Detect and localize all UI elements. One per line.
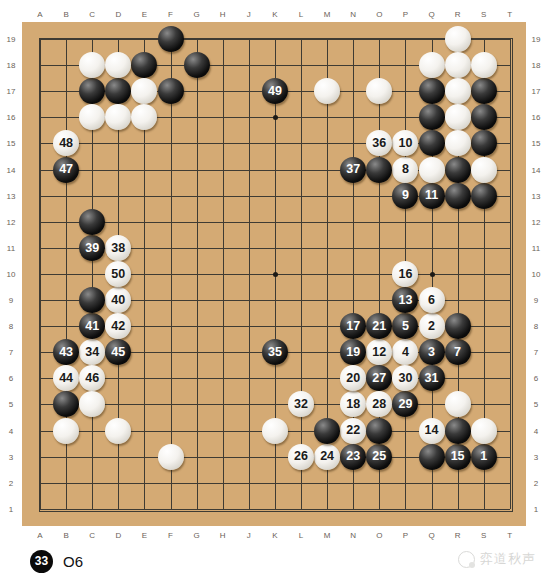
stone-Q17 — [419, 78, 445, 104]
coordinate-label: N — [343, 531, 363, 540]
grid-line — [40, 509, 510, 510]
coordinate-label: 14 — [527, 166, 545, 175]
caption-location-text: O6 — [63, 553, 83, 570]
stone-R18 — [445, 52, 471, 78]
coordinate-label: 5 — [527, 400, 545, 409]
coordinate-label: 17 — [527, 87, 545, 96]
stone-S13 — [471, 183, 497, 209]
stone-R16 — [445, 104, 471, 130]
board-grid: 1234567891011121314151617181920212223242… — [40, 39, 510, 509]
coordinate-label: 2 — [527, 479, 545, 488]
stone-K7: 35 — [262, 339, 288, 365]
coordinate-label: 13 — [527, 192, 545, 201]
stone-S3: 1 — [471, 444, 497, 470]
coordinate-label: 9 — [2, 296, 20, 305]
coordinate-label: O — [369, 10, 389, 19]
move-number: 35 — [268, 346, 282, 359]
coordinate-label: C — [82, 10, 102, 19]
coordinate-label: D — [108, 10, 128, 19]
go-diagram-page: 1234567891011121314151617181920212223242… — [0, 0, 550, 588]
watermark: 弈道秋声 — [458, 550, 536, 568]
coordinate-label: S — [474, 10, 494, 19]
coordinate-label: 4 — [2, 427, 20, 436]
coordinate-label: 11 — [527, 244, 545, 253]
stone-F3 — [158, 444, 184, 470]
stone-K4 — [262, 418, 288, 444]
coordinate-label: M — [317, 531, 337, 540]
coordinate-label: F — [161, 531, 181, 540]
move-number: 41 — [85, 320, 99, 333]
move-number: 18 — [346, 398, 360, 411]
move-number: 44 — [59, 372, 73, 385]
move-number: 23 — [346, 450, 360, 463]
stone-D4 — [105, 418, 131, 444]
stone-Q16 — [419, 104, 445, 130]
coordinate-label: E — [134, 531, 154, 540]
coordinate-label: 18 — [527, 61, 545, 70]
coordinate-label: E — [134, 10, 154, 19]
coordinate-label: T — [500, 531, 520, 540]
coordinate-label: B — [56, 531, 76, 540]
coordinate-label: Q — [422, 531, 442, 540]
move-number: 50 — [111, 268, 125, 281]
stone-B4 — [53, 418, 79, 444]
stone-K17: 49 — [262, 78, 288, 104]
stone-Q6: 31 — [419, 365, 445, 391]
coordinate-label: 16 — [527, 113, 545, 122]
move-number: 30 — [398, 372, 412, 385]
move-number: 31 — [425, 372, 439, 385]
move-number: 4 — [402, 346, 409, 359]
coordinate-label: 1 — [2, 505, 20, 514]
coordinate-label: 18 — [2, 61, 20, 70]
coordinate-label: P — [395, 531, 415, 540]
coordinate-label: G — [187, 10, 207, 19]
stone-G18 — [184, 52, 210, 78]
move-number: 27 — [372, 372, 386, 385]
move-number: 49 — [268, 85, 282, 98]
watermark-logo-icon — [458, 551, 475, 568]
grid-line — [510, 39, 511, 509]
stone-S17 — [471, 78, 497, 104]
stone-Q13: 11 — [419, 183, 445, 209]
coordinate-label: J — [239, 531, 259, 540]
coordinate-label: 6 — [2, 374, 20, 383]
coordinate-label: 17 — [2, 87, 20, 96]
coordinate-label: 6 — [527, 374, 545, 383]
coordinate-label: R — [448, 10, 468, 19]
move-number: 46 — [85, 372, 99, 385]
coordinate-label: 5 — [2, 400, 20, 409]
coordinate-label: J — [239, 10, 259, 19]
coordinate-label: P — [395, 10, 415, 19]
move-number: 7 — [454, 346, 461, 359]
stone-S14 — [471, 157, 497, 183]
move-number: 32 — [294, 398, 308, 411]
watermark-text: 弈道秋声 — [480, 550, 536, 568]
coordinate-label: M — [317, 10, 337, 19]
stone-S16 — [471, 104, 497, 130]
stone-F17 — [158, 78, 184, 104]
stone-R14 — [445, 157, 471, 183]
coordinate-label: 7 — [527, 348, 545, 357]
move-number: 14 — [425, 424, 439, 437]
move-number: 9 — [402, 189, 409, 202]
coordinate-label: K — [265, 531, 285, 540]
move-number: 12 — [372, 346, 386, 359]
stone-N3: 23 — [340, 444, 366, 470]
coordinate-label: R — [448, 531, 468, 540]
move-number: 17 — [346, 320, 360, 333]
stone-R3: 15 — [445, 444, 471, 470]
stone-R7: 7 — [445, 339, 471, 365]
move-number: 36 — [372, 137, 386, 150]
coordinate-label: 8 — [2, 322, 20, 331]
coordinate-label: L — [291, 531, 311, 540]
grid-line — [301, 39, 302, 509]
move-number: 26 — [294, 450, 308, 463]
coordinate-label: D — [108, 531, 128, 540]
coordinate-label: 4 — [527, 427, 545, 436]
star-point — [273, 272, 278, 277]
stone-Q7: 3 — [419, 339, 445, 365]
coordinate-label: G — [187, 531, 207, 540]
coordinate-label: 2 — [2, 479, 20, 488]
coordinate-label: Q — [422, 10, 442, 19]
move-number: 10 — [398, 137, 412, 150]
stone-R4 — [445, 418, 471, 444]
stone-O3: 25 — [366, 444, 392, 470]
move-number: 42 — [111, 320, 125, 333]
stone-S4 — [471, 418, 497, 444]
stone-L3: 26 — [288, 444, 314, 470]
coordinate-label: H — [213, 531, 233, 540]
stone-P14: 8 — [392, 157, 418, 183]
stone-P13: 9 — [392, 183, 418, 209]
stone-F19 — [158, 26, 184, 52]
move-number: 37 — [346, 163, 360, 176]
coordinate-label: 1 — [527, 505, 545, 514]
move-number: 16 — [398, 268, 412, 281]
coordinate-label: S — [474, 531, 494, 540]
stone-Q8: 2 — [419, 313, 445, 339]
go-board: 1234567891011121314151617181920212223242… — [22, 22, 526, 526]
stone-C9 — [79, 287, 105, 313]
coordinate-label: O — [369, 531, 389, 540]
coordinate-label: 15 — [2, 139, 20, 148]
stone-Q15 — [419, 130, 445, 156]
coordinate-label: 9 — [527, 296, 545, 305]
stone-R5 — [445, 391, 471, 417]
move-number: 40 — [111, 294, 125, 307]
coordinate-label: L — [291, 10, 311, 19]
caption-stone: 33 — [30, 550, 53, 573]
stone-Q14 — [419, 157, 445, 183]
move-number: 11 — [425, 189, 438, 202]
coordinate-label: 12 — [2, 218, 20, 227]
coordinate-label: A — [30, 10, 50, 19]
move-number: 5 — [402, 320, 409, 333]
stone-Q3 — [419, 444, 445, 470]
move-number: 24 — [320, 450, 334, 463]
stone-S18 — [471, 52, 497, 78]
move-number: 29 — [398, 398, 412, 411]
stone-Q4: 14 — [419, 418, 445, 444]
coordinate-label: 10 — [527, 270, 545, 279]
stone-R17 — [445, 78, 471, 104]
coordinate-label: 11 — [2, 244, 20, 253]
stone-B14: 47 — [53, 157, 79, 183]
coordinate-label: 7 — [2, 348, 20, 357]
move-number: 6 — [428, 294, 435, 307]
caption-stone-number: 33 — [35, 554, 48, 568]
move-number: 28 — [372, 398, 386, 411]
move-number: 39 — [85, 242, 99, 255]
move-number: 19 — [346, 346, 360, 359]
stone-C12 — [79, 209, 105, 235]
coordinate-label: A — [30, 531, 50, 540]
stone-O14 — [366, 157, 392, 183]
coordinate-label: 3 — [527, 453, 545, 462]
move-caption: 33 O6 — [30, 548, 83, 574]
move-number: 21 — [372, 320, 386, 333]
coordinate-label: B — [56, 10, 76, 19]
star-point — [430, 272, 435, 277]
move-number: 1 — [480, 450, 487, 463]
coordinate-label: 19 — [2, 35, 20, 44]
stone-M3: 24 — [314, 444, 340, 470]
stone-N4: 22 — [340, 418, 366, 444]
coordinate-label: 15 — [527, 139, 545, 148]
stone-R19 — [445, 26, 471, 52]
coordinate-label: 8 — [527, 322, 545, 331]
coordinate-label: 16 — [2, 113, 20, 122]
stone-R13 — [445, 183, 471, 209]
move-number: 15 — [451, 450, 465, 463]
grid-line — [40, 404, 510, 405]
coordinate-label: 19 — [527, 35, 545, 44]
coordinate-label: N — [343, 10, 363, 19]
stone-R15 — [445, 130, 471, 156]
coordinate-label: F — [161, 10, 181, 19]
coordinate-label: 14 — [2, 166, 20, 175]
move-number: 38 — [111, 242, 125, 255]
move-number: 48 — [59, 137, 73, 150]
coordinate-label: 3 — [2, 453, 20, 462]
move-number: 13 — [398, 294, 412, 307]
stone-Q9: 6 — [419, 287, 445, 313]
grid-line — [40, 483, 510, 484]
coordinate-label: 13 — [2, 192, 20, 201]
stone-R8 — [445, 313, 471, 339]
stone-S15 — [471, 130, 497, 156]
move-number: 47 — [59, 163, 73, 176]
stone-D11: 38 — [105, 235, 131, 261]
stone-N14: 37 — [340, 157, 366, 183]
move-number: 3 — [428, 346, 435, 359]
coordinate-label: K — [265, 10, 285, 19]
move-number: 22 — [346, 424, 360, 437]
move-number: 25 — [372, 450, 386, 463]
stone-Q18 — [419, 52, 445, 78]
coordinate-label: C — [82, 531, 102, 540]
coordinate-label: 12 — [527, 218, 545, 227]
coordinate-label: 10 — [2, 270, 20, 279]
coordinate-label: H — [213, 10, 233, 19]
move-number: 2 — [428, 320, 435, 333]
stone-C11: 39 — [79, 235, 105, 261]
move-number: 45 — [111, 346, 125, 359]
stone-D10: 50 — [105, 261, 131, 287]
coordinate-label: T — [500, 10, 520, 19]
move-number: 8 — [402, 163, 409, 176]
move-number: 43 — [59, 346, 73, 359]
stone-O4 — [366, 418, 392, 444]
move-number: 34 — [85, 346, 99, 359]
move-number: 20 — [346, 372, 360, 385]
stone-M4 — [314, 418, 340, 444]
